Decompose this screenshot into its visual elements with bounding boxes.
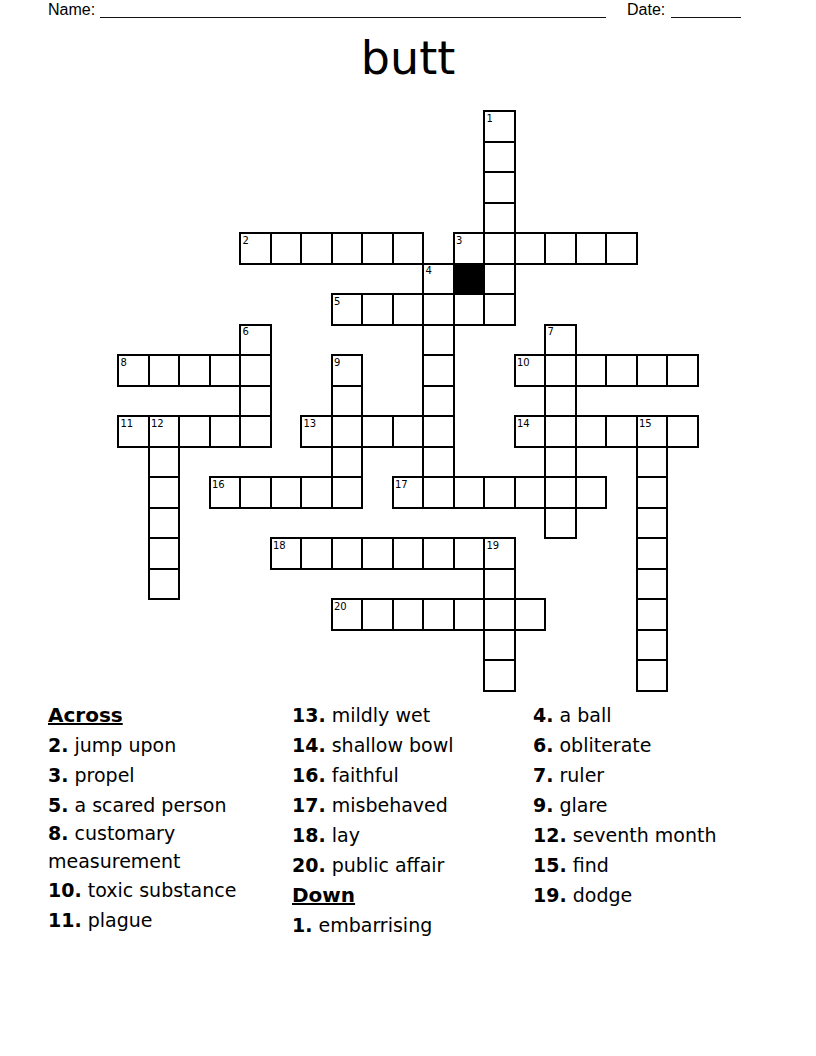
grid-cell[interactable]	[422, 293, 455, 326]
grid-cell[interactable]	[331, 385, 364, 418]
clue-number: 3	[456, 235, 462, 246]
grid-cell[interactable]	[483, 659, 516, 692]
grid-cell[interactable]	[422, 476, 455, 509]
grid-cell[interactable]	[331, 537, 364, 570]
across-clues-list-continued: 13. mildly wet14. shallow bowl16. faithf…	[292, 700, 512, 880]
date-label: Date:	[627, 1, 665, 19]
clue-number: 11	[121, 418, 134, 429]
clue-item-number: 13.	[292, 704, 326, 726]
grid-cell[interactable]	[544, 507, 577, 540]
grid-cell[interactable]	[636, 629, 669, 662]
grid-cell[interactable]	[544, 446, 577, 479]
grid-cell[interactable]	[392, 598, 425, 631]
grid-cell[interactable]	[453, 476, 486, 509]
grid-cell[interactable]	[422, 598, 455, 631]
clue-item-number: 3.	[48, 764, 68, 786]
grid-cell[interactable]	[483, 598, 516, 631]
grid-cell[interactable]	[483, 293, 516, 326]
grid-cell[interactable]	[148, 507, 181, 540]
grid-cell[interactable]	[636, 568, 669, 601]
grid-cell[interactable]	[636, 598, 669, 631]
grid-cell[interactable]	[544, 385, 577, 418]
grid-cell[interactable]	[636, 476, 669, 509]
clue-item: 1. embarrising	[292, 910, 512, 940]
grid-cell[interactable]	[148, 476, 181, 509]
clue-item: 11. plague	[48, 905, 253, 935]
grid-cell[interactable]	[361, 537, 394, 570]
grid-cell[interactable]	[239, 354, 272, 387]
grid-cell[interactable]	[422, 324, 455, 357]
clue-number: 4	[426, 265, 432, 276]
grid-cell[interactable]	[300, 232, 333, 265]
blocked-cell	[453, 263, 486, 296]
clue-item-number: 9.	[533, 794, 553, 816]
grid-cell[interactable]	[239, 476, 272, 509]
grid-cell[interactable]	[483, 568, 516, 601]
grid-cell[interactable]: 9	[331, 354, 364, 387]
across-clues-list: 2. jump upon3. propel5. a scared person8…	[48, 730, 253, 935]
clue-item: 15. find	[533, 850, 763, 880]
grid-cell[interactable]: 19	[483, 537, 516, 570]
clue-item: 2. jump upon	[48, 730, 253, 760]
grid-cell[interactable]	[209, 415, 242, 448]
grid-cell[interactable]	[453, 293, 486, 326]
name-label: Name:	[48, 1, 95, 19]
grid-cell[interactable]: 17	[392, 476, 425, 509]
clue-item-number: 12.	[533, 824, 567, 846]
grid-cell[interactable]: 2	[239, 232, 272, 265]
clue-item: 19. dodge	[533, 880, 763, 910]
grid-cell[interactable]	[666, 415, 699, 448]
grid-cell[interactable]	[544, 354, 577, 387]
grid-cell[interactable]	[392, 293, 425, 326]
clue-item: 12. seventh month	[533, 820, 763, 850]
grid-cell[interactable]: 13	[300, 415, 333, 448]
grid-cell[interactable]	[148, 354, 181, 387]
grid-cell[interactable]	[300, 537, 333, 570]
clue-number: 2	[243, 235, 249, 246]
clue-item-number: 14.	[292, 734, 326, 756]
grid-cell[interactable]	[270, 476, 303, 509]
clue-item: 3. propel	[48, 760, 253, 790]
grid-cell[interactable]: 15	[636, 415, 669, 448]
grid-cell[interactable]	[636, 507, 669, 540]
clue-number: 6	[243, 326, 249, 337]
grid-cell[interactable]	[514, 476, 547, 509]
crossword-grid: 1234567891011121314151617181920	[117, 110, 699, 692]
grid-cell[interactable]: 20	[331, 598, 364, 631]
down-clues-list: 4. a ball6. obliterate7. ruler9. glare12…	[533, 700, 763, 910]
clue-item-number: 4.	[533, 704, 553, 726]
grid-cell[interactable]	[392, 232, 425, 265]
grid-cell[interactable]: 14	[514, 415, 547, 448]
across-heading: Across	[48, 700, 253, 730]
grid-cell[interactable]	[300, 476, 333, 509]
clue-item: 17. misbehaved	[292, 790, 512, 820]
clue-item-number: 17.	[292, 794, 326, 816]
grid-cell[interactable]: 4	[422, 263, 455, 296]
grid-cell[interactable]	[453, 537, 486, 570]
grid-cell[interactable]	[575, 354, 608, 387]
clue-item: 7. ruler	[533, 760, 763, 790]
clue-item-number: 5.	[48, 794, 68, 816]
clue-item: 16. faithful	[292, 760, 512, 790]
grid-cell[interactable]	[666, 354, 699, 387]
clue-number: 13	[304, 418, 317, 429]
grid-cell[interactable]	[239, 385, 272, 418]
grid-cell[interactable]	[636, 354, 669, 387]
grid-cell[interactable]	[361, 293, 394, 326]
date-fill-line[interactable]	[671, 17, 741, 18]
clue-number: 16	[212, 479, 225, 490]
grid-cell[interactable]: 12	[148, 415, 181, 448]
clue-item-number: 15.	[533, 854, 567, 876]
puzzle-title: butt	[0, 32, 816, 84]
clue-item-number: 7.	[533, 764, 553, 786]
grid-cell[interactable]	[605, 354, 638, 387]
clue-column-right: 4. a ball6. obliterate7. ruler9. glare12…	[533, 700, 763, 910]
clue-item-number: 10.	[48, 879, 82, 901]
grid-cell[interactable]	[483, 232, 516, 265]
grid-cell[interactable]	[331, 476, 364, 509]
grid-cell[interactable]	[514, 598, 547, 631]
grid-cell[interactable]	[483, 629, 516, 662]
clue-item-number: 1.	[292, 914, 312, 936]
grid-cell[interactable]: 3	[453, 232, 486, 265]
grid-cell[interactable]	[422, 446, 455, 479]
name-fill-line[interactable]	[100, 17, 606, 18]
clue-item: 8. customary measurement	[48, 820, 253, 875]
down-heading: Down	[292, 880, 512, 910]
grid-cell[interactable]: 1	[483, 110, 516, 143]
grid-cell[interactable]	[605, 415, 638, 448]
clue-item-number: 8.	[48, 822, 68, 844]
grid-cell[interactable]: 16	[209, 476, 242, 509]
grid-cell[interactable]	[392, 537, 425, 570]
grid-cell[interactable]: 11	[117, 415, 150, 448]
clue-number: 18	[273, 540, 286, 551]
grid-cell[interactable]	[575, 476, 608, 509]
grid-cell[interactable]: 8	[117, 354, 150, 387]
grid-cell[interactable]	[422, 537, 455, 570]
clue-item: 6. obliterate	[533, 730, 763, 760]
grid-cell[interactable]	[636, 446, 669, 479]
grid-cell[interactable]	[361, 232, 394, 265]
clue-item-number: 18.	[292, 824, 326, 846]
grid-cell[interactable]	[483, 202, 516, 235]
clue-item: 9. glare	[533, 790, 763, 820]
grid-cell[interactable]	[331, 415, 364, 448]
clue-number: 8	[121, 357, 127, 368]
clue-number: 14	[517, 418, 530, 429]
clue-number: 5	[334, 296, 340, 307]
clue-column-middle: 13. mildly wet14. shallow bowl16. faithf…	[292, 700, 512, 940]
grid-cell[interactable]: 7	[544, 324, 577, 357]
grid-cell[interactable]	[422, 415, 455, 448]
grid-cell[interactable]	[422, 385, 455, 418]
grid-cell[interactable]	[483, 141, 516, 174]
grid-cell[interactable]	[148, 568, 181, 601]
clue-column-left: Across 2. jump upon3. propel5. a scared …	[48, 700, 253, 935]
clue-item: 20. public affair	[292, 850, 512, 880]
grid-cell[interactable]: 5	[331, 293, 364, 326]
grid-cell[interactable]	[239, 415, 272, 448]
grid-cell[interactable]: 10	[514, 354, 547, 387]
grid-cell[interactable]	[361, 598, 394, 631]
grid-cell[interactable]	[331, 232, 364, 265]
grid-cell[interactable]: 6	[239, 324, 272, 357]
grid-cell[interactable]	[178, 354, 211, 387]
grid-cell[interactable]	[361, 415, 394, 448]
clue-item-number: 16.	[292, 764, 326, 786]
clue-item-number: 19.	[533, 884, 567, 906]
clue-number: 10	[517, 357, 530, 368]
grid-cell[interactable]	[483, 263, 516, 296]
clue-item-number: 11.	[48, 909, 82, 931]
clue-number: 7	[548, 326, 554, 337]
grid-cell[interactable]: 18	[270, 537, 303, 570]
clue-number: 1	[487, 113, 493, 124]
clue-number: 9	[334, 357, 340, 368]
grid-cell[interactable]	[636, 659, 669, 692]
clue-item-number: 20.	[292, 854, 326, 876]
grid-cell[interactable]	[544, 415, 577, 448]
clue-item-number: 2.	[48, 734, 68, 756]
clue-item: 14. shallow bowl	[292, 730, 512, 760]
grid-cell[interactable]	[575, 415, 608, 448]
down-clues-list-start: 1. embarrising	[292, 910, 512, 940]
grid-cell[interactable]	[483, 171, 516, 204]
clue-item: 5. a scared person	[48, 790, 253, 820]
grid-cell[interactable]	[514, 232, 547, 265]
crossword-worksheet: { "game": "crossword", "title": "butt", …	[0, 0, 816, 1056]
clue-item: 4. a ball	[533, 700, 763, 730]
grid-cell[interactable]	[544, 232, 577, 265]
grid-cell[interactable]	[483, 476, 516, 509]
clue-number: 19	[487, 540, 500, 551]
grid-cell[interactable]	[148, 537, 181, 570]
grid-cell[interactable]	[422, 354, 455, 387]
grid-cell[interactable]	[605, 232, 638, 265]
grid-cell[interactable]	[636, 537, 669, 570]
clue-item: 10. toxic substance	[48, 875, 253, 905]
clue-number: 20	[334, 601, 347, 612]
grid-cell[interactable]	[575, 232, 608, 265]
grid-cell[interactable]	[392, 415, 425, 448]
clue-number: 17	[395, 479, 408, 490]
grid-cell[interactable]	[331, 446, 364, 479]
grid-cell[interactable]	[178, 415, 211, 448]
clue-item: 13. mildly wet	[292, 700, 512, 730]
clue-number: 15	[639, 418, 652, 429]
grid-cell[interactable]	[453, 598, 486, 631]
grid-cell[interactable]	[544, 476, 577, 509]
clue-item-number: 6.	[533, 734, 553, 756]
grid-cell[interactable]	[148, 446, 181, 479]
clue-item: 18. lay	[292, 820, 512, 850]
grid-cell[interactable]	[209, 354, 242, 387]
grid-cell[interactable]	[270, 232, 303, 265]
clue-number: 12	[151, 418, 164, 429]
